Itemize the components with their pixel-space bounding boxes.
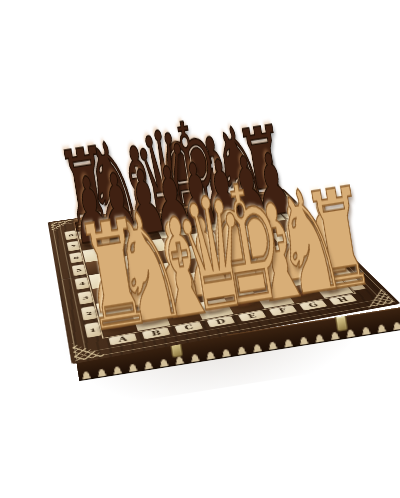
perspective-scene: ABCDEFGH8♜♞♝♛♚♝♞♜87♟♟♟♟♟♟♟♟7665544332♟♟♟… — [0, 0, 400, 498]
chess-set-photo: ABCDEFGH8♜♞♝♛♚♝♞♜87♟♟♟♟♟♟♟♟7665544332♟♟♟… — [0, 0, 400, 498]
scene-tilt: ABCDEFGH8♜♞♝♛♚♝♞♜87♟♟♟♟♟♟♟♟7665544332♟♟♟… — [0, 0, 400, 498]
square-a1[interactable]: ♜ — [100, 314, 138, 337]
brass-clasp-icon — [335, 313, 348, 331]
chess-board: ABCDEFGH8♜♞♝♛♚♝♞♜87♟♟♟♟♟♟♟♟7665544332♟♟♟… — [48, 189, 400, 364]
